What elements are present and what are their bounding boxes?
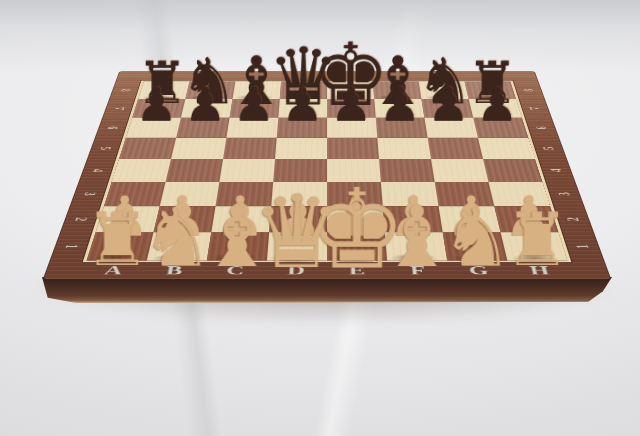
square-g7[interactable]: ♟ [421,99,473,118]
file-label-b: B [164,263,184,277]
rank-label-right-7: 7 [527,107,544,110]
square-d5[interactable] [275,138,327,159]
square-h6[interactable] [473,118,528,138]
file-label-a: A [102,263,125,277]
square-f6[interactable] [376,118,428,138]
square-a6[interactable] [126,118,181,138]
square-g5[interactable] [428,138,483,159]
rank-label-right-5: 5 [540,147,558,150]
square-h1[interactable]: ♜ [501,232,568,260]
square-b4[interactable] [166,159,223,182]
square-b5[interactable] [171,138,226,159]
rank-label-left-7: 7 [111,107,128,110]
square-h4[interactable] [483,159,542,182]
square-g6[interactable] [424,118,477,138]
rank-label-right-3: 3 [555,192,574,196]
file-label-c: C [225,263,246,277]
square-c7[interactable]: ♟ [230,99,280,118]
square-e5[interactable] [327,138,379,159]
square-a4[interactable] [112,159,171,182]
rank-label-right-8: 8 [521,89,537,92]
square-b6[interactable] [176,118,229,138]
rank-label-right-6: 6 [533,126,550,129]
rank-label-right-1: 1 [572,244,593,248]
square-c6[interactable] [226,118,278,138]
playing-area: ♜♞♝♛♚♝♞♜♟♟♟♟♟♟♟♟♟♟♟♟♟♟♟♟♜♞♝♛♚♝♞♜ [83,81,572,263]
chess-board: ♜♞♝♛♚♝♞♜♟♟♟♟♟♟♟♟♟♟♟♟♟♟♟♟♜♞♝♛♚♝♞♜ ABCDEFG… [43,71,611,279]
rank-label-right-4: 4 [547,169,565,172]
file-label-f: F [409,263,427,277]
square-c1[interactable]: ♝ [207,232,269,260]
rank-label-left-3: 3 [80,192,99,196]
file-label-g: G [468,263,491,277]
square-g4[interactable] [431,159,488,182]
rank-label-left-8: 8 [117,89,133,92]
board-squares: ♜♞♝♛♚♝♞♜♟♟♟♟♟♟♟♟♟♟♟♟♟♟♟♟♜♞♝♛♚♝♞♜ [87,82,568,261]
rank-label-left-5: 5 [96,147,114,150]
square-d6[interactable] [277,118,327,138]
square-e6[interactable] [327,118,377,138]
square-d1[interactable]: ♛ [267,232,327,260]
square-f7[interactable]: ♟ [374,99,424,118]
square-a5[interactable] [119,138,176,159]
rank-label-left-1: 1 [61,244,82,248]
rank-label-left-6: 6 [104,126,121,129]
file-label-h: H [528,263,552,277]
square-c5[interactable] [223,138,277,159]
square-f1[interactable]: ♝ [385,232,447,260]
file-labels: ABCDEFGH [81,262,574,279]
square-a7[interactable]: ♟ [132,99,185,118]
square-b7[interactable]: ♟ [181,99,233,118]
square-h7[interactable]: ♟ [469,99,522,118]
square-d7[interactable]: ♟ [278,99,327,118]
square-h5[interactable] [478,138,535,159]
rank-label-left-4: 4 [88,169,106,172]
file-label-e: E [348,263,366,277]
file-label-d: D [287,263,307,277]
square-e7[interactable]: ♟ [327,99,376,118]
square-a1[interactable]: ♜ [87,232,154,260]
square-f5[interactable] [377,138,431,159]
chess-photo: ♜♞♝♛♚♝♞♜♟♟♟♟♟♟♟♟♟♟♟♟♟♟♟♟♜♞♝♛♚♝♞♜ ABCDEFG… [0,0,640,436]
perspective-scene: ♜♞♝♛♚♝♞♜♟♟♟♟♟♟♟♟♟♟♟♟♟♟♟♟♜♞♝♛♚♝♞♜ ABCDEFG… [0,0,640,436]
